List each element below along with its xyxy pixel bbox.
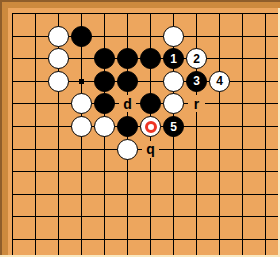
white-stone xyxy=(71,93,92,114)
grid-line-vertical xyxy=(242,13,243,255)
black-stone xyxy=(140,93,161,114)
star-point xyxy=(79,79,84,84)
black-stone xyxy=(71,26,92,47)
black-stone xyxy=(117,116,138,137)
white-stone-move-4: 4 xyxy=(209,71,230,92)
red-circle-marker xyxy=(145,121,157,133)
grid-line-vertical xyxy=(12,13,13,255)
white-stone xyxy=(48,26,69,47)
grid-line-horizontal xyxy=(12,239,278,240)
black-stone xyxy=(117,48,138,69)
point-label-r: r xyxy=(188,95,205,112)
black-stone-move-5: 5 xyxy=(163,116,184,137)
black-stone xyxy=(94,93,115,114)
black-stone xyxy=(140,48,161,69)
white-stone xyxy=(117,139,138,160)
grid-line-vertical xyxy=(265,13,266,255)
go-board: drq12345 xyxy=(0,0,280,257)
black-stone xyxy=(94,48,115,69)
white-stone xyxy=(94,116,115,137)
white-stone xyxy=(140,116,161,137)
point-label-d: d xyxy=(119,95,136,112)
white-stone xyxy=(163,26,184,47)
grid-line-vertical xyxy=(219,13,220,255)
white-stone-move-2: 2 xyxy=(186,48,207,69)
grid-line-horizontal xyxy=(12,194,278,195)
white-stone xyxy=(71,116,92,137)
white-stone xyxy=(163,71,184,92)
go-board-diagram: drq12345 xyxy=(0,0,280,257)
black-stone-move-1: 1 xyxy=(163,48,184,69)
white-stone xyxy=(163,93,184,114)
black-stone xyxy=(117,71,138,92)
grid-line-vertical xyxy=(35,13,36,255)
white-stone xyxy=(48,48,69,69)
white-stone xyxy=(48,71,69,92)
grid-line-horizontal xyxy=(12,13,278,14)
point-label-q: q xyxy=(142,141,159,158)
grid-line-horizontal xyxy=(12,216,278,217)
black-stone-move-3: 3 xyxy=(186,71,207,92)
grid-line-horizontal xyxy=(12,171,278,172)
black-stone xyxy=(94,71,115,92)
